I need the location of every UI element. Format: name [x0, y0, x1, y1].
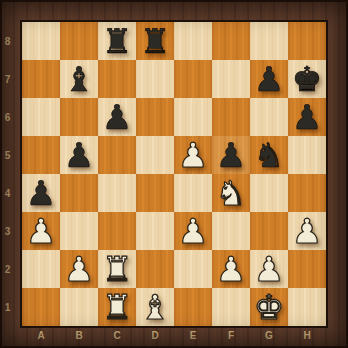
- square-b5[interactable]: ♟: [60, 136, 98, 174]
- file-labels: ABCDEFGH: [22, 326, 326, 348]
- piece-white-king[interactable]: ♚: [254, 288, 284, 326]
- rank-label-6: 6: [0, 98, 22, 136]
- square-h6[interactable]: ♟: [288, 98, 326, 136]
- square-d6[interactable]: [136, 98, 174, 136]
- square-b6[interactable]: [60, 98, 98, 136]
- piece-black-rook[interactable]: ♜: [102, 22, 132, 60]
- piece-black-pawn[interactable]: ♟: [292, 98, 322, 136]
- piece-white-pawn[interactable]: ♟: [292, 212, 322, 250]
- rank-label-4: 4: [0, 174, 22, 212]
- piece-black-pawn[interactable]: ♟: [26, 174, 56, 212]
- square-d2[interactable]: [136, 250, 174, 288]
- square-f7[interactable]: [212, 60, 250, 98]
- file-label-g: G: [250, 326, 288, 348]
- square-g8[interactable]: [250, 22, 288, 60]
- piece-white-bishop[interactable]: ♝: [140, 288, 170, 326]
- file-label-b: B: [60, 326, 98, 348]
- piece-white-pawn[interactable]: ♟: [178, 212, 208, 250]
- square-c2[interactable]: ♜: [98, 250, 136, 288]
- square-h7[interactable]: ♚: [288, 60, 326, 98]
- square-b7[interactable]: ♝: [60, 60, 98, 98]
- piece-black-pawn[interactable]: ♟: [254, 60, 284, 98]
- rank-label-8: 8: [0, 22, 22, 60]
- square-f5[interactable]: ♟: [212, 136, 250, 174]
- square-d8[interactable]: ♜: [136, 22, 174, 60]
- square-g5[interactable]: ♞: [250, 136, 288, 174]
- file-label-h: H: [288, 326, 326, 348]
- file-label-e: E: [174, 326, 212, 348]
- piece-white-pawn[interactable]: ♟: [26, 212, 56, 250]
- square-e3[interactable]: ♟: [174, 212, 212, 250]
- rank-label-5: 5: [0, 136, 22, 174]
- piece-white-pawn[interactable]: ♟: [178, 136, 208, 174]
- square-f8[interactable]: [212, 22, 250, 60]
- square-a6[interactable]: [22, 98, 60, 136]
- square-a4[interactable]: ♟: [22, 174, 60, 212]
- square-a8[interactable]: [22, 22, 60, 60]
- square-d3[interactable]: [136, 212, 174, 250]
- piece-white-rook[interactable]: ♜: [102, 250, 132, 288]
- square-e5[interactable]: ♟: [174, 136, 212, 174]
- rank-labels: 87654321: [0, 22, 22, 326]
- piece-black-knight[interactable]: ♞: [254, 136, 284, 174]
- square-g2[interactable]: ♟: [250, 250, 288, 288]
- file-label-f: F: [212, 326, 250, 348]
- square-e8[interactable]: [174, 22, 212, 60]
- board-frame: ♜♜♝♟♚♟♟♟♟♟♞♟♞♟♟♟♟♜♟♟♜♝♚ 87654321 ABCDEFG…: [0, 0, 348, 348]
- square-g3[interactable]: [250, 212, 288, 250]
- rank-label-2: 2: [0, 250, 22, 288]
- square-c8[interactable]: ♜: [98, 22, 136, 60]
- square-c5[interactable]: [98, 136, 136, 174]
- square-e1[interactable]: [174, 288, 212, 326]
- square-d5[interactable]: [136, 136, 174, 174]
- square-f2[interactable]: ♟: [212, 250, 250, 288]
- square-a5[interactable]: [22, 136, 60, 174]
- square-d1[interactable]: ♝: [136, 288, 174, 326]
- rank-label-3: 3: [0, 212, 22, 250]
- piece-black-pawn[interactable]: ♟: [102, 98, 132, 136]
- piece-white-pawn[interactable]: ♟: [64, 250, 94, 288]
- square-g1[interactable]: ♚: [250, 288, 288, 326]
- square-c7[interactable]: [98, 60, 136, 98]
- square-b3[interactable]: [60, 212, 98, 250]
- square-b1[interactable]: [60, 288, 98, 326]
- square-h5[interactable]: [288, 136, 326, 174]
- square-f1[interactable]: [212, 288, 250, 326]
- square-d7[interactable]: [136, 60, 174, 98]
- square-a2[interactable]: [22, 250, 60, 288]
- square-a1[interactable]: [22, 288, 60, 326]
- square-c3[interactable]: [98, 212, 136, 250]
- square-b8[interactable]: [60, 22, 98, 60]
- square-c4[interactable]: [98, 174, 136, 212]
- square-e2[interactable]: [174, 250, 212, 288]
- square-h2[interactable]: [288, 250, 326, 288]
- file-label-a: A: [22, 326, 60, 348]
- piece-black-pawn[interactable]: ♟: [64, 136, 94, 174]
- square-a7[interactable]: [22, 60, 60, 98]
- square-f3[interactable]: [212, 212, 250, 250]
- piece-white-pawn[interactable]: ♟: [254, 250, 284, 288]
- square-d4[interactable]: [136, 174, 174, 212]
- square-g7[interactable]: ♟: [250, 60, 288, 98]
- piece-black-rook[interactable]: ♜: [140, 22, 170, 60]
- square-f4[interactable]: ♞: [212, 174, 250, 212]
- square-c1[interactable]: ♜: [98, 288, 136, 326]
- square-h3[interactable]: ♟: [288, 212, 326, 250]
- square-h1[interactable]: [288, 288, 326, 326]
- square-h8[interactable]: [288, 22, 326, 60]
- piece-white-pawn[interactable]: ♟: [216, 250, 246, 288]
- square-f6[interactable]: [212, 98, 250, 136]
- piece-black-bishop[interactable]: ♝: [64, 60, 94, 98]
- square-b2[interactable]: ♟: [60, 250, 98, 288]
- square-a3[interactable]: ♟: [22, 212, 60, 250]
- rank-label-7: 7: [0, 60, 22, 98]
- square-e4[interactable]: [174, 174, 212, 212]
- square-h4[interactable]: [288, 174, 326, 212]
- rank-label-1: 1: [0, 288, 22, 326]
- square-g4[interactable]: [250, 174, 288, 212]
- file-label-d: D: [136, 326, 174, 348]
- piece-white-knight[interactable]: ♞: [216, 174, 246, 212]
- piece-black-pawn[interactable]: ♟: [216, 136, 246, 174]
- square-e7[interactable]: [174, 60, 212, 98]
- piece-white-rook[interactable]: ♜: [102, 288, 132, 326]
- square-c6[interactable]: ♟: [98, 98, 136, 136]
- square-b4[interactable]: [60, 174, 98, 212]
- piece-black-king[interactable]: ♚: [292, 60, 322, 98]
- file-label-c: C: [98, 326, 136, 348]
- square-e6[interactable]: [174, 98, 212, 136]
- square-g6[interactable]: [250, 98, 288, 136]
- chess-board: ♜♜♝♟♚♟♟♟♟♟♞♟♞♟♟♟♟♜♟♟♜♝♚: [22, 22, 326, 326]
